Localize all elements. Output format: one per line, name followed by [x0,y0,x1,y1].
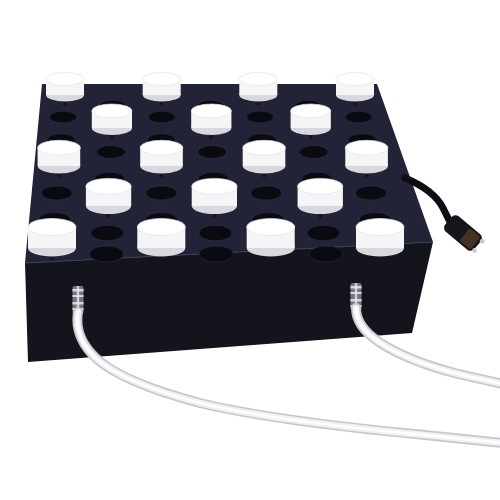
empty-hole [247,111,274,123]
empty-hole [146,186,177,200]
empty-hole [198,146,227,159]
empty-hole [91,225,124,241]
empty-hole [199,246,233,262]
empty-hole [41,186,72,200]
empty-hole [96,146,125,159]
empty-hole [345,111,372,123]
empty-hole [307,225,340,241]
empty-hole [148,111,175,123]
empty-hole [251,186,282,200]
empty-hole [355,186,386,200]
empty-hole [199,225,232,241]
empty-hole [50,111,77,123]
empty-hole [89,246,123,262]
empty-hole [309,246,343,262]
product-photo [0,0,500,500]
empty-hole [299,146,328,159]
